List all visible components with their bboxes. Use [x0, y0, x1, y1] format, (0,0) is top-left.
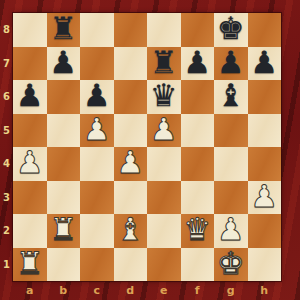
file-label-c: c: [80, 281, 114, 300]
square-g8[interactable]: ♚: [214, 13, 248, 47]
square-a6[interactable]: ♟: [13, 80, 47, 114]
square-c5[interactable]: ♟: [80, 114, 114, 148]
square-d4[interactable]: ♟: [114, 147, 148, 181]
file-label-e: e: [147, 281, 181, 300]
piece-black-pawn[interactable]: ♟: [250, 47, 278, 78]
piece-black-rook[interactable]: ♜: [49, 13, 77, 44]
square-d3[interactable]: [114, 181, 148, 215]
square-d8[interactable]: [114, 13, 148, 47]
square-g3[interactable]: [214, 181, 248, 215]
piece-black-queen[interactable]: ♛: [150, 80, 178, 111]
square-a8[interactable]: [13, 13, 47, 47]
square-d2[interactable]: ♝: [114, 214, 148, 248]
square-c2[interactable]: [80, 214, 114, 248]
square-d7[interactable]: [114, 47, 148, 81]
square-c1[interactable]: [80, 248, 114, 282]
square-g6[interactable]: ♝: [214, 80, 248, 114]
square-c6[interactable]: ♟: [80, 80, 114, 114]
piece-white-pawn[interactable]: ♟: [83, 114, 111, 145]
square-b1[interactable]: [47, 248, 81, 282]
square-g4[interactable]: [214, 147, 248, 181]
square-e8[interactable]: [147, 13, 181, 47]
piece-black-king[interactable]: ♚: [217, 13, 245, 44]
square-h8[interactable]: [248, 13, 282, 47]
piece-white-pawn[interactable]: ♟: [250, 181, 278, 212]
square-a7[interactable]: [13, 47, 47, 81]
square-e1[interactable]: [147, 248, 181, 282]
square-a1[interactable]: ♜: [13, 248, 47, 282]
square-b5[interactable]: [47, 114, 81, 148]
file-label-d: d: [114, 281, 148, 300]
square-h2[interactable]: [248, 214, 282, 248]
rank-labels: 87654321: [0, 13, 13, 281]
rank-label-4: 4: [0, 147, 13, 181]
square-g2[interactable]: ♟: [214, 214, 248, 248]
square-d6[interactable]: [114, 80, 148, 114]
square-h1[interactable]: [248, 248, 282, 282]
piece-white-queen[interactable]: ♛: [183, 214, 211, 245]
file-label-f: f: [181, 281, 215, 300]
square-c8[interactable]: [80, 13, 114, 47]
rank-label-3: 3: [0, 181, 13, 215]
square-g7[interactable]: ♟: [214, 47, 248, 81]
rank-label-1: 1: [0, 248, 13, 282]
square-g5[interactable]: [214, 114, 248, 148]
rank-label-6: 6: [0, 80, 13, 114]
square-g1[interactable]: ♚: [214, 248, 248, 282]
file-label-g: g: [214, 281, 248, 300]
square-c4[interactable]: [80, 147, 114, 181]
square-f5[interactable]: [181, 114, 215, 148]
square-f4[interactable]: [181, 147, 215, 181]
file-labels: abcdefgh: [13, 281, 281, 300]
file-label-h: h: [248, 281, 282, 300]
square-e3[interactable]: [147, 181, 181, 215]
file-label-b: b: [47, 281, 81, 300]
piece-black-pawn[interactable]: ♟: [16, 80, 44, 111]
piece-white-king[interactable]: ♚: [217, 248, 245, 279]
square-b8[interactable]: ♜: [47, 13, 81, 47]
square-f7[interactable]: ♟: [181, 47, 215, 81]
square-f3[interactable]: [181, 181, 215, 215]
square-d5[interactable]: [114, 114, 148, 148]
square-b3[interactable]: [47, 181, 81, 215]
square-a2[interactable]: [13, 214, 47, 248]
square-a5[interactable]: [13, 114, 47, 148]
square-b7[interactable]: ♟: [47, 47, 81, 81]
square-e5[interactable]: ♟: [147, 114, 181, 148]
square-e6[interactable]: ♛: [147, 80, 181, 114]
piece-white-bishop[interactable]: ♝: [116, 214, 144, 245]
piece-black-pawn[interactable]: ♟: [183, 47, 211, 78]
piece-white-pawn[interactable]: ♟: [217, 214, 245, 245]
piece-black-pawn[interactable]: ♟: [83, 80, 111, 111]
piece-white-rook[interactable]: ♜: [49, 214, 77, 245]
piece-white-rook[interactable]: ♜: [16, 248, 44, 279]
square-a4[interactable]: ♟: [13, 147, 47, 181]
square-f8[interactable]: [181, 13, 215, 47]
square-h3[interactable]: ♟: [248, 181, 282, 215]
square-f6[interactable]: [181, 80, 215, 114]
square-e7[interactable]: ♜: [147, 47, 181, 81]
piece-white-pawn[interactable]: ♟: [116, 147, 144, 178]
square-h4[interactable]: [248, 147, 282, 181]
square-b6[interactable]: [47, 80, 81, 114]
piece-black-pawn[interactable]: ♟: [49, 47, 77, 78]
file-label-a: a: [13, 281, 47, 300]
square-b2[interactable]: ♜: [47, 214, 81, 248]
square-c3[interactable]: [80, 181, 114, 215]
piece-white-pawn[interactable]: ♟: [150, 114, 178, 145]
square-b4[interactable]: [47, 147, 81, 181]
piece-black-rook[interactable]: ♜: [150, 47, 178, 78]
rank-label-8: 8: [0, 13, 13, 47]
piece-white-pawn[interactable]: ♟: [16, 147, 44, 178]
square-e4[interactable]: [147, 147, 181, 181]
square-f2[interactable]: ♛: [181, 214, 215, 248]
chess-board[interactable]: ♜♚♟♜♟♟♟♟♟♛♝♟♟♟♟♟♜♝♛♟♜♚: [13, 13, 281, 281]
square-e2[interactable]: [147, 214, 181, 248]
piece-black-bishop[interactable]: ♝: [217, 80, 245, 111]
square-h6[interactable]: [248, 80, 282, 114]
square-f1[interactable]: [181, 248, 215, 282]
rank-label-5: 5: [0, 114, 13, 148]
square-h5[interactable]: [248, 114, 282, 148]
square-d1[interactable]: [114, 248, 148, 282]
square-c7[interactable]: [80, 47, 114, 81]
board-frame: 87654321 abcdefgh ♜♚♟♜♟♟♟♟♟♛♝♟♟♟♟♟♜♝♛♟♜♚: [0, 0, 300, 300]
rank-label-2: 2: [0, 214, 13, 248]
square-a3[interactable]: [13, 181, 47, 215]
rank-label-7: 7: [0, 47, 13, 81]
piece-black-pawn[interactable]: ♟: [217, 47, 245, 78]
square-h7[interactable]: ♟: [248, 47, 282, 81]
